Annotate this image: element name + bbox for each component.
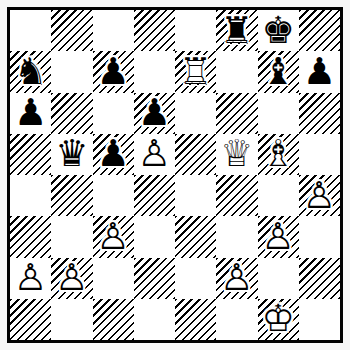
black-pawn-icon: ♟ [97, 135, 130, 172]
square-c4 [93, 175, 134, 216]
black-pawn-c7: ♟♟ [93, 51, 134, 92]
square-a1 [10, 299, 51, 340]
white-queen-f5: ♛♕ [216, 134, 257, 175]
black-pawn-icon: ♟ [303, 53, 336, 90]
square-e6 [175, 93, 216, 134]
white-king-g1: ♚♔ [258, 299, 299, 340]
square-h4: ♟♙ [299, 175, 340, 216]
square-e8 [175, 10, 216, 51]
chess-board: ♜♜♚♚♞♞♟♟♜♖♝♝♟♟♟♟♟♟♛♛♟♟♟♙♛♕♝♗♟♙♟♙♟♙♟♙♟♙♟♙… [7, 7, 343, 343]
square-g7: ♝♝ [258, 51, 299, 92]
square-h1 [299, 299, 340, 340]
square-b3 [51, 216, 92, 257]
square-e1 [175, 299, 216, 340]
black-knight-a7: ♞♞ [10, 51, 51, 92]
black-pawn-icon: ♟ [138, 94, 171, 131]
black-pawn-icon: ♟ [14, 94, 47, 131]
chess-diagram: ♜♜♚♚♞♞♟♟♜♖♝♝♟♟♟♟♟♟♛♛♟♟♟♙♛♕♝♗♟♙♟♙♟♙♟♙♟♙♟♙… [0, 0, 350, 350]
white-king-icon: ♔ [262, 300, 295, 337]
black-pawn-a6: ♟♟ [10, 93, 51, 134]
black-rook-icon: ♜ [220, 11, 253, 48]
white-pawn-h4: ♟♙ [299, 175, 340, 216]
white-pawn-icon: ♙ [220, 259, 253, 296]
white-pawn-icon: ♙ [97, 218, 130, 255]
white-pawn-icon: ♙ [55, 259, 88, 296]
square-f6 [216, 93, 257, 134]
square-f2: ♟♙ [216, 258, 257, 299]
square-h7: ♟♟ [299, 51, 340, 92]
square-f3 [216, 216, 257, 257]
square-g3: ♟♙ [258, 216, 299, 257]
square-e5 [175, 134, 216, 175]
square-h8 [299, 10, 340, 51]
black-pawn-icon: ♟ [97, 53, 130, 90]
square-d2 [134, 258, 175, 299]
square-f4 [216, 175, 257, 216]
square-f7 [216, 51, 257, 92]
white-pawn-c3: ♟♙ [93, 216, 134, 257]
white-bishop-icon: ♗ [262, 135, 295, 172]
square-e7: ♜♖ [175, 51, 216, 92]
square-h5 [299, 134, 340, 175]
square-d3 [134, 216, 175, 257]
square-e2 [175, 258, 216, 299]
square-a6: ♟♟ [10, 93, 51, 134]
white-pawn-icon: ♙ [262, 218, 295, 255]
square-a8 [10, 10, 51, 51]
square-b8 [51, 10, 92, 51]
square-d4 [134, 175, 175, 216]
square-h6 [299, 93, 340, 134]
square-g1: ♚♔ [258, 299, 299, 340]
black-knight-icon: ♞ [14, 53, 47, 90]
square-c1 [93, 299, 134, 340]
square-a4 [10, 175, 51, 216]
black-pawn-h7: ♟♟ [299, 51, 340, 92]
black-pawn-d6: ♟♟ [134, 93, 175, 134]
square-f1 [216, 299, 257, 340]
square-a5 [10, 134, 51, 175]
white-pawn-g3: ♟♙ [258, 216, 299, 257]
white-pawn-icon: ♙ [303, 176, 336, 213]
black-king-g8: ♚♚ [258, 10, 299, 51]
black-queen-b5: ♛♛ [51, 134, 92, 175]
white-queen-icon: ♕ [220, 135, 253, 172]
square-b4 [51, 175, 92, 216]
square-c2 [93, 258, 134, 299]
white-pawn-d5: ♟♙ [134, 134, 175, 175]
square-c3: ♟♙ [93, 216, 134, 257]
square-f5: ♛♕ [216, 134, 257, 175]
white-bishop-g5: ♝♗ [258, 134, 299, 175]
white-rook-e7: ♜♖ [175, 51, 216, 92]
white-rook-icon: ♖ [179, 53, 212, 90]
square-b6 [51, 93, 92, 134]
white-pawn-icon: ♙ [14, 259, 47, 296]
square-e4 [175, 175, 216, 216]
square-g6 [258, 93, 299, 134]
square-b1 [51, 299, 92, 340]
square-c7: ♟♟ [93, 51, 134, 92]
square-g4 [258, 175, 299, 216]
square-e3 [175, 216, 216, 257]
square-d8 [134, 10, 175, 51]
square-f8: ♜♜ [216, 10, 257, 51]
square-h2 [299, 258, 340, 299]
white-pawn-a2: ♟♙ [10, 258, 51, 299]
square-b7 [51, 51, 92, 92]
square-b5: ♛♛ [51, 134, 92, 175]
square-b2: ♟♙ [51, 258, 92, 299]
white-pawn-b2: ♟♙ [51, 258, 92, 299]
black-rook-f8: ♜♜ [216, 10, 257, 51]
square-a7: ♞♞ [10, 51, 51, 92]
square-a2: ♟♙ [10, 258, 51, 299]
black-king-icon: ♚ [262, 11, 295, 48]
white-pawn-icon: ♙ [138, 135, 171, 172]
black-bishop-g7: ♝♝ [258, 51, 299, 92]
black-queen-icon: ♛ [55, 135, 88, 172]
square-c5: ♟♟ [93, 134, 134, 175]
black-bishop-icon: ♝ [262, 53, 295, 90]
square-a3 [10, 216, 51, 257]
square-d5: ♟♙ [134, 134, 175, 175]
square-g2 [258, 258, 299, 299]
square-d6: ♟♟ [134, 93, 175, 134]
white-pawn-f2: ♟♙ [216, 258, 257, 299]
square-d1 [134, 299, 175, 340]
square-d7 [134, 51, 175, 92]
square-g5: ♝♗ [258, 134, 299, 175]
black-pawn-c5: ♟♟ [93, 134, 134, 175]
square-c8 [93, 10, 134, 51]
square-h3 [299, 216, 340, 257]
square-g8: ♚♚ [258, 10, 299, 51]
square-c6 [93, 93, 134, 134]
